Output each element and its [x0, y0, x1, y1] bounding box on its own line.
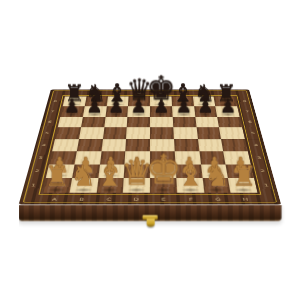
- chess-piece-glyph: ♜: [44, 162, 69, 190]
- chessboard: A B C D E F G H A B C D E F G H 8 7 6 5 …: [19, 89, 282, 204]
- piece-white-knight-b1[interactable]: ♞: [69, 178, 98, 193]
- chess-piece-glyph: ♟: [197, 96, 214, 115]
- chess-piece-glyph: ♟: [220, 96, 237, 115]
- chess-piece-glyph: ♜: [231, 162, 256, 190]
- piece-black-pawn-a7[interactable]: ♟: [60, 106, 84, 116]
- chess-piece-glyph: ♟: [63, 96, 80, 115]
- piece-white-knight-g1[interactable]: ♞: [202, 178, 231, 193]
- piece-white-rook-h1[interactable]: ♜: [228, 178, 258, 193]
- chess-piece-glyph: ♟: [130, 96, 147, 115]
- piece-black-pawn-e7[interactable]: ♟: [150, 106, 172, 116]
- piece-white-rook-a1[interactable]: ♜: [42, 178, 72, 193]
- piece-black-pawn-c7[interactable]: ♟: [105, 106, 128, 116]
- pieces-layer: ♜♞♝♛♚♝♞♜♟♟♟♟♟♟♟♟♟♟♟♟♟♟♟♟♜♞♝♛♚♝♞♜: [42, 96, 257, 192]
- piece-black-pawn-h7[interactable]: ♟: [215, 106, 239, 116]
- chess-piece-glyph: ♟: [108, 96, 125, 115]
- piece-black-pawn-b7[interactable]: ♟: [83, 106, 107, 116]
- brass-latch-icon: [142, 215, 157, 220]
- product-photo-scene: A B C D E F G H A B C D E F G H 8 7 6 5 …: [0, 0, 300, 300]
- piece-white-bishop-f1[interactable]: ♝: [176, 178, 204, 193]
- piece-black-pawn-g7[interactable]: ♟: [194, 106, 218, 116]
- piece-black-pawn-d7[interactable]: ♟: [128, 106, 150, 116]
- chess-piece-glyph: ♟: [175, 96, 192, 115]
- chess-piece-glyph: ♞: [204, 161, 230, 190]
- chess-piece-glyph: ♟: [153, 96, 170, 115]
- chess-piece-glyph: ♞: [70, 161, 96, 190]
- chess-piece-glyph: ♝: [96, 160, 123, 190]
- chess-piece-glyph: ♟: [86, 96, 103, 115]
- chess-piece-glyph: ♝: [176, 160, 203, 190]
- piece-black-pawn-f7[interactable]: ♟: [172, 106, 195, 116]
- board-front-edge: [19, 205, 282, 221]
- piece-white-king-e1[interactable]: ♚: [150, 178, 177, 193]
